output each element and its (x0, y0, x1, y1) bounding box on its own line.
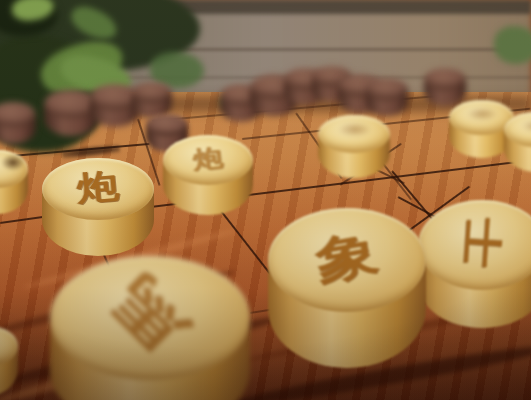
piece-face (146, 114, 188, 136)
piece-face: 象 (268, 208, 426, 312)
piece-face (318, 115, 390, 153)
illegible-engraving (467, 108, 497, 120)
illegible-engraving (1, 154, 25, 171)
illegible-engraving (338, 123, 371, 136)
piece-face: 炮 (42, 158, 154, 220)
piece-character: 馬 (103, 268, 197, 362)
piece-face: 馬 (50, 256, 250, 380)
xiangqi-photo-scene: 炮 炮 士 象 馬 (0, 0, 531, 400)
piece-face: 炮 (163, 135, 253, 185)
piece-face (132, 82, 172, 103)
piece-character: 炮 (192, 145, 224, 172)
piece-character: 象 (312, 228, 382, 288)
piece-face (424, 68, 466, 90)
leaf (494, 26, 531, 64)
illegible-engraving (522, 120, 531, 132)
piece-face (366, 78, 408, 100)
piece-character: 士 (460, 217, 503, 270)
piece-character: 炮 (76, 169, 121, 206)
